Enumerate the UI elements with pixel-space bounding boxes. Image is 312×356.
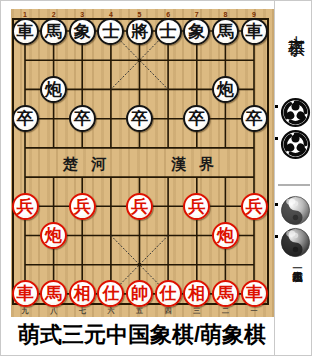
piece-black-象-f7r1[interactable]: 象 (183, 18, 210, 45)
piece-red-車-f1r10[interactable]: 車 (12, 280, 39, 307)
river-label-han-jie: 漢界 (171, 155, 227, 174)
file-number-bottom: 一 (251, 306, 258, 315)
list-bullet (275, 203, 278, 206)
yinyang-sphere-dark-icon (280, 227, 311, 258)
piece-black-士-f6r1[interactable]: 士 (155, 18, 182, 45)
piece-red-兵-f3r7[interactable]: 兵 (69, 193, 96, 220)
file-number-bottom: 三 (193, 306, 200, 315)
board-grid-lines (11, 9, 274, 317)
piece-red-相-f3r10[interactable]: 相 (69, 280, 96, 307)
file-number-bottom: 二 (222, 306, 229, 315)
piece-black-馬-f8r1[interactable]: 馬 (212, 18, 239, 45)
sidebar-title: 太玄棋子 (285, 22, 308, 30)
yinyang-sphere-light-icon (280, 195, 311, 226)
piece-black-士-f4r1[interactable]: 士 (97, 18, 124, 45)
piece-red-炮-f2r8[interactable]: 炮 (40, 222, 67, 249)
piece-red-車-f9r10[interactable]: 車 (241, 280, 268, 307)
piece-black-卒-f9r4[interactable]: 卒 (241, 105, 268, 132)
piece-black-象-f3r1[interactable]: 象 (69, 18, 96, 45)
piece-red-兵-f9r7[interactable]: 兵 (241, 193, 268, 220)
mitsudomoe-icon (280, 129, 311, 160)
list-bullet (275, 105, 278, 108)
page: 123456789 九八七六五四三二一 楚河 漢界 車馬象士將士象馬車炮炮卒卒卒… (0, 0, 312, 356)
piece-red-仕-f6r10[interactable]: 仕 (155, 280, 182, 307)
piece-black-炮-f2r3[interactable]: 炮 (40, 76, 67, 103)
file-number-bottom: 八 (50, 306, 57, 315)
piece-black-車-f1r1[interactable]: 車 (12, 18, 39, 45)
piece-black-卒-f5r4[interactable]: 卒 (126, 105, 153, 132)
mitsudomoe-icon (280, 97, 311, 128)
piece-black-將-f5r1[interactable]: 將 (126, 18, 153, 45)
piece-red-兵-f7r7[interactable]: 兵 (183, 193, 210, 220)
piece-black-車-f9r1[interactable]: 車 (241, 18, 268, 45)
piece-red-兵-f1r7[interactable]: 兵 (12, 193, 39, 220)
piece-black-卒-f1r4[interactable]: 卒 (12, 105, 39, 132)
piece-red-兵-f5r7[interactable]: 兵 (126, 193, 153, 220)
piece-black-馬-f2r1[interactable]: 馬 (40, 18, 67, 45)
vertical-divider (274, 1, 275, 356)
piece-black-卒-f3r4[interactable]: 卒 (69, 105, 96, 132)
file-number-bottom: 五 (136, 306, 143, 315)
sidebar-divider (278, 184, 310, 186)
xiangqi-board: 123456789 九八七六五四三二一 楚河 漢界 車馬象士將士象馬車炮炮卒卒卒… (11, 9, 274, 317)
file-number-bottom: 六 (107, 306, 114, 315)
list-bullet (275, 235, 278, 238)
file-number-bottom: 七 (79, 306, 86, 315)
list-bullet (275, 137, 278, 140)
river-label-chu-he: 楚河 (63, 155, 119, 174)
file-number-bottom: 九 (22, 306, 29, 315)
file-number-bottom: 四 (165, 306, 172, 315)
piece-red-炮-f8r8[interactable]: 炮 (212, 222, 239, 249)
piece-black-炮-f8r3[interactable]: 炮 (212, 76, 239, 103)
caption-title: 萌式三元中国象棋/萌象棋 (11, 320, 273, 350)
